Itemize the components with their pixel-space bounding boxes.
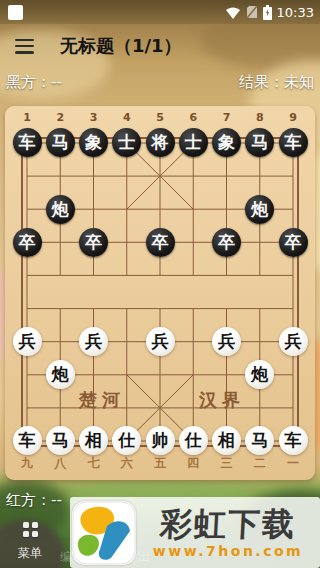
piece-white-兵[interactable]: 兵 [13, 327, 42, 356]
grid-menu-icon [23, 522, 38, 537]
piece-white-炮[interactable]: 炮 [245, 360, 274, 389]
piece-black-卒[interactable]: 卒 [279, 228, 308, 257]
piece-black-象[interactable]: 象 [212, 128, 241, 157]
piece-black-马[interactable]: 马 [46, 128, 75, 157]
file-label: 6 [177, 111, 210, 124]
file-label: 九 [10, 455, 43, 472]
file-label: 8 [243, 111, 276, 124]
piece-white-马[interactable]: 马 [46, 426, 75, 455]
file-label: 六 [110, 455, 143, 472]
file-label: 三 [210, 455, 243, 472]
bottom-file-labels: 九八七六五四三二一 [10, 455, 309, 472]
menu-button[interactable]: 菜单 [12, 522, 48, 562]
piece-black-将[interactable]: 将 [146, 128, 175, 157]
piece-black-士[interactable]: 士 [179, 128, 208, 157]
black-info-row: 黑方：-- 结果：未知 [0, 73, 320, 95]
page-title: 无标题（1/1） [60, 34, 182, 58]
file-label: 5 [143, 111, 176, 124]
file-label: 八 [44, 455, 77, 472]
piece-black-炮[interactable]: 炮 [46, 195, 75, 224]
no-sim-icon [246, 5, 258, 19]
piece-black-炮[interactable]: 炮 [245, 195, 274, 224]
piece-black-士[interactable]: 士 [112, 128, 141, 157]
file-label: 7 [210, 111, 243, 124]
piece-grid: 车马象士将士象马车炮炮卒卒卒卒卒兵兵兵兵兵炮炮车马相仕帅仕相马车 [10, 126, 309, 457]
piece-white-兵[interactable]: 兵 [212, 327, 241, 356]
file-label: 3 [77, 111, 110, 124]
menu-button-label: 菜单 [18, 546, 42, 560]
piece-black-马[interactable]: 马 [245, 128, 274, 157]
piece-black-车[interactable]: 车 [13, 128, 42, 157]
piece-white-帅[interactable]: 帅 [146, 426, 175, 455]
piece-white-相[interactable]: 相 [212, 426, 241, 455]
piece-black-卒[interactable]: 卒 [212, 228, 241, 257]
red-player-label: 红方：-- [6, 491, 62, 509]
piece-white-仕[interactable]: 仕 [179, 426, 208, 455]
file-label: 2 [44, 111, 77, 124]
file-label: 4 [110, 111, 143, 124]
wifi-icon [225, 6, 241, 19]
piece-white-兵[interactable]: 兵 [146, 327, 175, 356]
top-file-labels: 123456789 [10, 111, 309, 124]
xiangqi-app-screen: 10:33 无标题（1/1） 黑方：-- 结果：未知 [0, 0, 320, 568]
piece-white-马[interactable]: 马 [245, 426, 274, 455]
piece-white-兵[interactable]: 兵 [79, 327, 108, 356]
piece-black-象[interactable]: 象 [79, 128, 108, 157]
watermark-url: www.7hon.com [153, 543, 303, 559]
piece-white-相[interactable]: 相 [79, 426, 108, 455]
piece-white-车[interactable]: 车 [13, 426, 42, 455]
piece-black-卒[interactable]: 卒 [146, 228, 175, 257]
clock-time: 10:33 [277, 5, 314, 20]
piece-white-炮[interactable]: 炮 [46, 360, 75, 389]
file-label: 七 [77, 455, 110, 472]
piece-black-卒[interactable]: 卒 [13, 228, 42, 257]
red-info-row: 红方：-- [6, 490, 62, 510]
watermark-banner: 彩虹下载 www.7hon.com [70, 497, 320, 568]
file-label: 四 [177, 455, 210, 472]
piece-white-仕[interactable]: 仕 [112, 426, 141, 455]
rainbow-logo-icon [72, 501, 136, 565]
file-label: 9 [276, 111, 309, 124]
result-label: 结果：未知 [239, 73, 314, 95]
title-bar: 无标题（1/1） [0, 24, 320, 68]
file-label: 一 [276, 455, 309, 472]
piece-white-车[interactable]: 车 [279, 426, 308, 455]
watermark-title: 彩虹下载 [159, 506, 297, 543]
file-label: 二 [243, 455, 276, 472]
piece-black-卒[interactable]: 卒 [79, 228, 108, 257]
file-label: 五 [143, 455, 176, 472]
piece-white-兵[interactable]: 兵 [279, 327, 308, 356]
file-label: 1 [10, 111, 43, 124]
battery-charging-icon [263, 5, 272, 20]
notification-icon [8, 5, 23, 20]
status-bar: 10:33 [0, 0, 320, 24]
black-player-label: 黑方：-- [6, 73, 62, 95]
piece-black-车[interactable]: 车 [279, 128, 308, 157]
hamburger-menu-icon[interactable] [15, 39, 34, 54]
